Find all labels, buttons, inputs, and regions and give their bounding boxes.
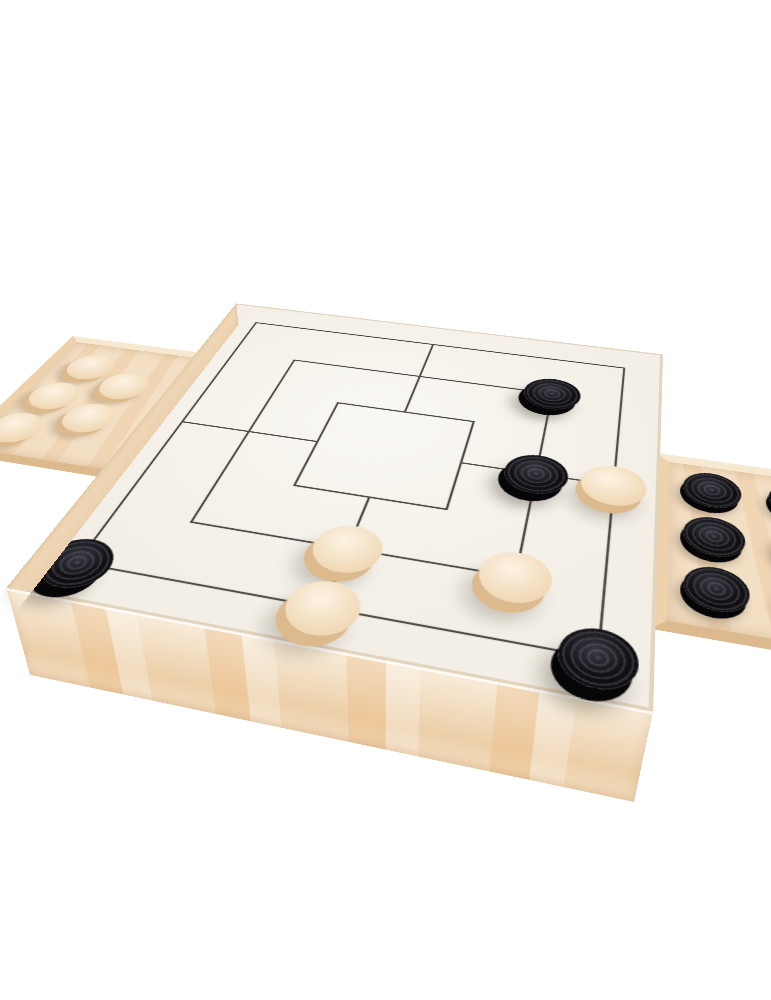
black-piece[interactable] [683, 513, 746, 561]
black-piece[interactable] [554, 622, 640, 696]
white-piece[interactable] [0, 410, 52, 445]
black-piece[interactable] [683, 470, 743, 512]
black-pieces-drawer[interactable] [651, 453, 771, 678]
right-drawer-pieces [667, 462, 771, 662]
perspective-stage [0, 0, 771, 1000]
black-piece[interactable] [500, 451, 571, 498]
black-piece[interactable] [684, 562, 752, 616]
white-piece[interactable] [304, 521, 390, 578]
white-piece[interactable] [474, 547, 556, 608]
black-piece[interactable] [520, 376, 582, 413]
product-photo-scene [0, 0, 771, 1000]
game-box [30, 374, 650, 802]
white-piece[interactable] [579, 462, 648, 510]
black-piece[interactable] [767, 481, 771, 525]
white-piece[interactable] [275, 576, 369, 642]
